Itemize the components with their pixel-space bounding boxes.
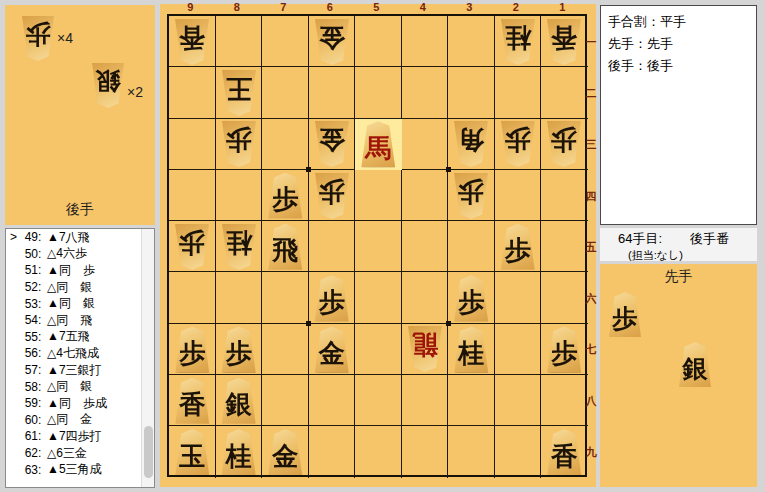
piece-glyph: 歩 [226,333,252,366]
piece-glyph: 王 [226,76,252,109]
move-list-item[interactable]: 58:△同 銀 [6,378,154,395]
board-cell[interactable] [448,221,495,272]
move-text: ▲7三銀打 [47,362,102,379]
move-separator: : [38,247,47,261]
file-label: 8 [214,2,261,13]
move-text: △同 飛 [47,312,92,329]
gote-hand-panel: 後手 歩×4銀×2 [5,5,155,225]
board-cell[interactable] [495,272,542,323]
scrollbar-thumb[interactable] [144,426,153,478]
move-text: △6三金 [47,445,87,462]
move-number: 56 [20,346,38,360]
board-cell[interactable] [495,170,542,221]
board-panel: 987654321 香金桂香王歩金馬角歩歩歩歩歩歩桂飛歩歩歩歩歩金龍桂歩香銀玉桂… [160,4,596,487]
move-separator: : [38,380,47,394]
move-number: 63 [20,463,38,477]
gote-hand-label: 後手 [5,201,155,219]
board-cell[interactable] [262,272,309,323]
move-separator: : [38,446,47,460]
board-cell[interactable] [448,426,495,477]
board-cell[interactable] [309,67,356,118]
move-number: 62 [20,446,38,460]
move-separator: : [38,429,47,443]
piece-glyph: 金 [272,436,298,469]
move-list-item[interactable]: 51:▲同 歩 [6,262,154,279]
board-cell[interactable] [355,375,402,426]
piece-glyph: 桂 [505,25,531,58]
board-cell[interactable] [495,375,542,426]
piece-glyph: 歩 [179,230,205,263]
move-separator: : [38,330,47,344]
star-point [306,321,311,326]
move-text: △同 金 [47,411,92,428]
captured-piece[interactable]: 銀 [91,63,125,108]
rank-label: 五 [584,240,598,255]
move-number: 57 [20,363,38,377]
star-point [446,321,451,326]
move-text: ▲7四歩打 [47,428,102,445]
move-number-status: 64手目:後手番 [600,230,757,248]
rank-label: 三 [584,137,598,152]
captured-count: ×4 [57,30,73,46]
board-cell[interactable] [402,119,449,170]
move-list-item[interactable]: 62:△6三金 [6,445,154,462]
move-list-item[interactable]: 63:▲5三角成 [6,461,154,478]
captured-piece[interactable]: 歩 [608,292,642,337]
board-cell[interactable] [541,375,588,426]
move-number: 52 [20,280,38,294]
piece-glyph: 歩 [551,333,577,366]
move-list-item[interactable]: 52:△同 銀 [6,279,154,296]
move-number: 60 [20,413,38,427]
move-separator: : [38,346,47,360]
piece-glyph: 歩 [179,333,205,366]
board-cell[interactable] [402,67,449,118]
file-label: 3 [446,2,493,13]
board-cell[interactable] [355,170,402,221]
move-number: 53 [20,297,38,311]
file-label: 6 [307,2,354,13]
file-label: 1 [539,2,586,13]
move-separator: : [38,230,47,244]
board-cell[interactable] [169,170,216,221]
board-cell[interactable] [355,16,402,67]
board-cell[interactable] [448,375,495,426]
board-grid: 香金桂香王歩金馬角歩歩歩歩歩歩桂飛歩歩歩歩歩金龍桂歩香銀玉桂金香 [167,14,587,477]
move-list-item[interactable]: 50:△4六歩 [6,246,154,263]
board-cell[interactable] [402,426,449,477]
move-list-item[interactable]: 60:△同 金 [6,412,154,429]
board-cell[interactable] [169,67,216,118]
piece-glyph: 桂 [226,436,252,469]
board-cell[interactable] [541,170,588,221]
move-list[interactable]: >49:▲7八飛50:△4六歩51:▲同 歩52:△同 銀53:▲同 銀54:△… [5,228,155,488]
move-separator: : [38,263,47,277]
move-text: ▲同 歩 [47,262,95,279]
rank-label: 七 [584,342,598,357]
board-cell[interactable] [309,221,356,272]
move-text: △4六歩 [47,245,87,262]
assignment-status: (担当:なし) [600,248,757,263]
move-list-item[interactable]: 56:△4七飛成 [6,345,154,362]
rank-label: 二 [584,86,598,101]
game-info-panel: 手合割：平手 先手：先手 後手：後手 [600,5,757,225]
file-label: 2 [493,2,540,13]
move-separator: : [38,313,47,327]
board-cell[interactable] [402,272,449,323]
board-cell[interactable] [309,426,356,477]
board-cell[interactable] [216,170,263,221]
file-label: 9 [167,2,214,13]
piece-glyph: 香 [551,436,577,469]
piece-glyph: 歩 [319,282,345,315]
piece-glyph: 角 [458,128,484,161]
piece-glyph: 龍 [412,333,438,366]
board-cell[interactable] [309,375,356,426]
board-cell[interactable] [355,67,402,118]
piece-glyph: 歩 [505,128,531,161]
piece-glyph: 香 [551,25,577,58]
move-number: 55 [20,330,38,344]
move-text: ▲7五飛 [47,328,90,345]
star-point [306,167,311,172]
move-separator: : [38,463,47,477]
sente-hand-panel: 先手 歩銀 [600,264,757,487]
move-number: 54 [20,313,38,327]
move-number-label: 64手目: [618,231,662,246]
piece-glyph: 香 [179,25,205,58]
board-cell[interactable] [448,67,495,118]
shogi-app-window: 後手 歩×4銀×2 >49:▲7八飛50:△4六歩51:▲同 歩52:△同 銀5… [0,0,765,492]
move-number: 61 [20,429,38,443]
board-cell[interactable] [495,67,542,118]
board-cell[interactable] [355,221,402,272]
file-label: 7 [260,2,307,13]
piece-glyph: 玉 [179,436,205,469]
move-list-rows: >49:▲7八飛50:△4六歩51:▲同 歩52:△同 銀53:▲同 銀54:△… [6,229,154,478]
piece-glyph: 飛 [272,230,298,263]
board-cell[interactable] [355,324,402,375]
move-number: 59 [20,396,38,410]
move-separator: : [38,363,47,377]
piece-glyph: 歩 [319,179,345,212]
board-cell[interactable] [541,221,588,272]
piece-glyph: 歩 [505,230,531,263]
board-cell[interactable] [495,426,542,477]
board-cell[interactable] [541,67,588,118]
move-number: 49 [20,230,38,244]
board-cell[interactable] [262,16,309,67]
move-text: △同 銀 [47,378,92,395]
board-cell[interactable] [262,375,309,426]
move-number: 50 [20,247,38,261]
board-cell[interactable] [448,16,495,67]
star-point [446,167,451,172]
piece-glyph: 桂 [226,230,252,263]
move-list-item[interactable]: 57:▲7三銀打 [6,362,154,379]
move-text: △4七飛成 [47,345,99,362]
board-cell[interactable] [402,375,449,426]
move-list-scrollbar[interactable] [141,229,154,487]
piece-glyph: 銀 [96,70,121,102]
board-cell[interactable] [216,16,263,67]
move-list-item[interactable]: 55:▲7五飛 [6,329,154,346]
piece-glyph: 歩 [26,23,51,55]
move-list-item[interactable]: >49:▲7八飛 [6,229,154,246]
board-cell[interactable] [402,16,449,67]
board-cell[interactable] [402,221,449,272]
captured-piece[interactable]: 歩 [21,16,55,61]
board-cell[interactable] [262,67,309,118]
file-label: 5 [353,2,400,13]
rank-label: 一 [584,35,598,50]
piece-glyph: 歩 [272,179,298,212]
piece-glyph: 香 [179,384,205,417]
status-panel: 64手目:後手番 (担当:なし) [600,228,757,261]
sente-player-line: 先手：先手 [608,33,749,55]
piece-glyph: 銀 [683,349,708,381]
piece-glyph: 歩 [551,128,577,161]
move-text: ▲5三角成 [47,461,102,478]
handicap-line: 手合割：平手 [608,11,749,33]
move-separator: : [38,413,47,427]
piece-glyph: 歩 [458,179,484,212]
move-number: 51 [20,263,38,277]
gote-player-line: 後手：後手 [608,55,749,77]
board-cell[interactable] [216,272,263,323]
current-move-marker: > [10,230,20,244]
piece-glyph: 金 [319,333,345,366]
move-text: △同 銀 [47,279,92,296]
board-cell[interactable] [262,119,309,170]
rank-label: 八 [584,394,598,409]
move-list-item[interactable]: 61:▲7四歩打 [6,428,154,445]
move-list-item[interactable]: 54:△同 飛 [6,312,154,329]
board-cell[interactable] [541,272,588,323]
board-cell[interactable] [262,324,309,375]
piece-glyph: 歩 [458,282,484,315]
board-cell[interactable] [169,272,216,323]
move-list-item[interactable]: 59:▲同 歩成 [6,395,154,412]
move-separator: : [38,396,47,410]
rank-label: 九 [584,445,598,460]
rank-label: 四 [584,189,598,204]
move-separator: : [38,280,47,294]
piece-glyph: 歩 [226,128,252,161]
move-text: ▲同 銀 [47,295,95,312]
piece-glyph: 歩 [613,299,638,331]
file-label: 4 [400,2,447,13]
piece-glyph: 銀 [226,384,252,417]
piece-glyph: 金 [319,128,345,161]
board-cell[interactable] [355,426,402,477]
move-separator: : [38,297,47,311]
piece-glyph: 桂 [458,333,484,366]
board-cell[interactable] [495,324,542,375]
board-cell[interactable] [355,272,402,323]
move-text: ▲7八飛 [47,229,90,246]
piece-glyph: 金 [319,25,345,58]
move-number: 58 [20,380,38,394]
captured-piece[interactable]: 銀 [678,342,712,387]
board-cell[interactable] [402,170,449,221]
turn-indicator: 後手番 [690,231,729,246]
captured-count: ×2 [127,84,143,100]
move-list-item[interactable]: 53:▲同 銀 [6,295,154,312]
rank-label: 六 [584,291,598,306]
piece-glyph: 馬 [365,128,391,161]
board-cell[interactable] [169,119,216,170]
sente-hand-label: 先手 [600,268,757,286]
move-text: ▲同 歩成 [47,395,107,412]
